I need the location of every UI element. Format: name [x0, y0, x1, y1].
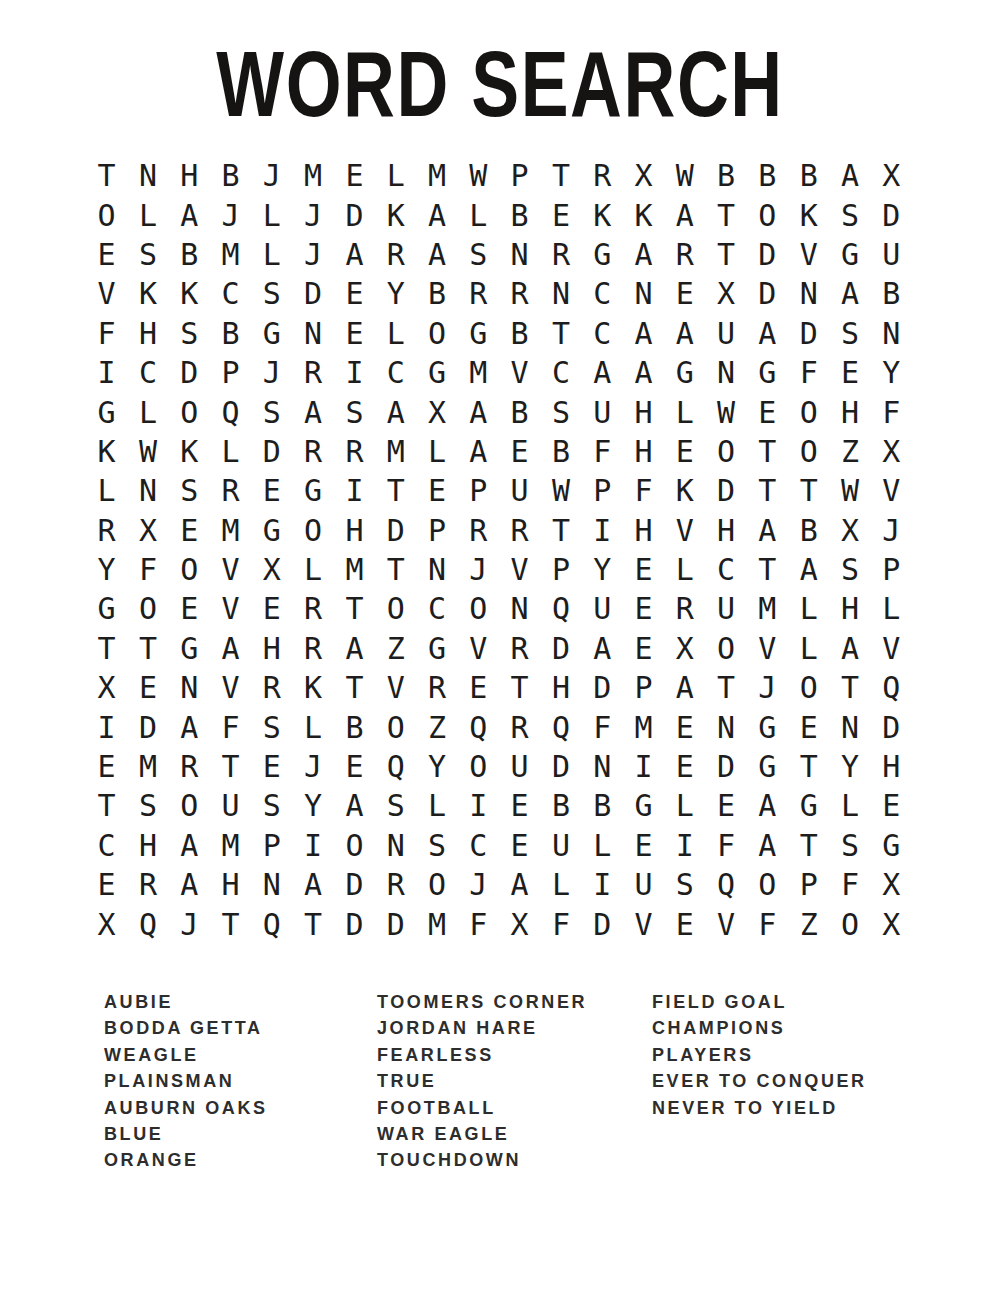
grid-cell[interactable]: X: [871, 904, 912, 943]
grid-cell[interactable]: G: [86, 589, 127, 628]
grid-cell[interactable]: P: [251, 826, 292, 865]
grid-cell[interactable]: N: [582, 747, 623, 786]
grid-cell[interactable]: T: [705, 668, 746, 707]
grid-cell[interactable]: D: [334, 904, 375, 943]
grid-cell[interactable]: N: [251, 865, 292, 904]
grid-cell[interactable]: V: [210, 550, 251, 589]
grid-cell[interactable]: C: [416, 589, 457, 628]
grid-cell[interactable]: Y: [86, 550, 127, 589]
grid-cell[interactable]: I: [334, 471, 375, 510]
grid-cell[interactable]: K: [127, 274, 168, 313]
grid-cell[interactable]: N: [829, 707, 870, 746]
grid-cell[interactable]: R: [292, 629, 333, 668]
grid-cell[interactable]: T: [86, 629, 127, 668]
grid-cell[interactable]: G: [582, 235, 623, 274]
grid-cell[interactable]: D: [375, 904, 416, 943]
grid-cell[interactable]: H: [210, 865, 251, 904]
grid-cell[interactable]: V: [871, 629, 912, 668]
grid-cell[interactable]: S: [416, 826, 457, 865]
grid-cell[interactable]: R: [664, 589, 705, 628]
grid-cell[interactable]: L: [664, 786, 705, 825]
grid-cell[interactable]: X: [127, 511, 168, 550]
grid-cell[interactable]: S: [540, 392, 581, 431]
grid-cell[interactable]: G: [747, 747, 788, 786]
grid-cell[interactable]: S: [829, 826, 870, 865]
grid-cell[interactable]: T: [788, 471, 829, 510]
grid-cell[interactable]: B: [540, 432, 581, 471]
grid-cell[interactable]: T: [540, 156, 581, 195]
grid-cell[interactable]: S: [169, 314, 210, 353]
grid-cell[interactable]: A: [458, 392, 499, 431]
grid-cell[interactable]: D: [375, 511, 416, 550]
grid-cell[interactable]: E: [127, 668, 168, 707]
grid-cell[interactable]: S: [829, 550, 870, 589]
grid-cell[interactable]: S: [829, 314, 870, 353]
grid-cell[interactable]: N: [416, 550, 457, 589]
grid-cell[interactable]: F: [86, 314, 127, 353]
grid-cell[interactable]: N: [499, 235, 540, 274]
grid-cell[interactable]: J: [251, 156, 292, 195]
grid-cell[interactable]: X: [871, 156, 912, 195]
grid-cell[interactable]: U: [210, 786, 251, 825]
grid-cell[interactable]: Z: [788, 904, 829, 943]
grid-cell[interactable]: X: [86, 904, 127, 943]
grid-cell[interactable]: X: [86, 668, 127, 707]
grid-cell[interactable]: M: [416, 904, 457, 943]
grid-cell[interactable]: A: [210, 629, 251, 668]
grid-cell[interactable]: E: [747, 392, 788, 431]
grid-cell[interactable]: F: [210, 707, 251, 746]
grid-cell[interactable]: F: [582, 432, 623, 471]
grid-cell[interactable]: T: [86, 786, 127, 825]
grid-cell[interactable]: N: [169, 668, 210, 707]
grid-cell[interactable]: H: [169, 156, 210, 195]
grid-cell[interactable]: E: [334, 156, 375, 195]
grid-cell[interactable]: L: [458, 195, 499, 234]
grid-cell[interactable]: G: [623, 786, 664, 825]
grid-cell[interactable]: E: [334, 747, 375, 786]
grid-cell[interactable]: X: [664, 629, 705, 668]
grid-cell[interactable]: E: [623, 629, 664, 668]
grid-cell[interactable]: R: [375, 865, 416, 904]
grid-cell[interactable]: C: [540, 353, 581, 392]
grid-cell[interactable]: R: [499, 274, 540, 313]
grid-cell[interactable]: A: [458, 432, 499, 471]
grid-cell[interactable]: E: [664, 432, 705, 471]
grid-cell[interactable]: E: [169, 589, 210, 628]
grid-cell[interactable]: A: [829, 274, 870, 313]
grid-cell[interactable]: U: [705, 314, 746, 353]
grid-cell[interactable]: L: [127, 195, 168, 234]
grid-cell[interactable]: T: [747, 471, 788, 510]
grid-cell[interactable]: D: [705, 747, 746, 786]
grid-cell[interactable]: J: [458, 865, 499, 904]
grid-cell[interactable]: V: [210, 589, 251, 628]
grid-cell[interactable]: G: [871, 826, 912, 865]
grid-cell[interactable]: E: [788, 707, 829, 746]
grid-cell[interactable]: X: [705, 274, 746, 313]
grid-cell[interactable]: O: [416, 314, 457, 353]
grid-cell[interactable]: Q: [540, 589, 581, 628]
grid-cell[interactable]: U: [582, 589, 623, 628]
grid-cell[interactable]: R: [499, 511, 540, 550]
grid-cell[interactable]: Z: [829, 432, 870, 471]
grid-cell[interactable]: A: [664, 314, 705, 353]
grid-cell[interactable]: P: [416, 511, 457, 550]
grid-cell[interactable]: D: [540, 747, 581, 786]
grid-cell[interactable]: R: [127, 865, 168, 904]
grid-cell[interactable]: O: [334, 826, 375, 865]
grid-cell[interactable]: R: [499, 707, 540, 746]
grid-cell[interactable]: N: [705, 707, 746, 746]
grid-cell[interactable]: X: [871, 865, 912, 904]
grid-cell[interactable]: A: [375, 392, 416, 431]
grid-cell[interactable]: G: [169, 629, 210, 668]
grid-cell[interactable]: W: [664, 156, 705, 195]
grid-cell[interactable]: F: [747, 904, 788, 943]
grid-cell[interactable]: Q: [705, 865, 746, 904]
grid-cell[interactable]: M: [210, 235, 251, 274]
grid-cell[interactable]: S: [458, 235, 499, 274]
grid-cell[interactable]: E: [623, 589, 664, 628]
grid-cell[interactable]: O: [86, 195, 127, 234]
grid-cell[interactable]: G: [788, 786, 829, 825]
grid-cell[interactable]: T: [540, 314, 581, 353]
grid-cell[interactable]: L: [127, 392, 168, 431]
grid-cell[interactable]: S: [334, 392, 375, 431]
grid-cell[interactable]: P: [540, 550, 581, 589]
grid-cell[interactable]: R: [375, 235, 416, 274]
grid-cell[interactable]: O: [788, 392, 829, 431]
grid-cell[interactable]: G: [416, 629, 457, 668]
grid-cell[interactable]: V: [458, 629, 499, 668]
grid-cell[interactable]: L: [86, 471, 127, 510]
grid-cell[interactable]: O: [747, 195, 788, 234]
grid-cell[interactable]: L: [292, 707, 333, 746]
grid-cell[interactable]: Z: [416, 707, 457, 746]
grid-cell[interactable]: J: [871, 511, 912, 550]
grid-cell[interactable]: E: [623, 550, 664, 589]
grid-cell[interactable]: O: [829, 904, 870, 943]
grid-cell[interactable]: I: [664, 826, 705, 865]
grid-cell[interactable]: A: [582, 353, 623, 392]
grid-cell[interactable]: B: [499, 195, 540, 234]
grid-cell[interactable]: A: [623, 314, 664, 353]
grid-cell[interactable]: B: [334, 707, 375, 746]
grid-cell[interactable]: M: [747, 589, 788, 628]
grid-cell[interactable]: U: [623, 865, 664, 904]
grid-cell[interactable]: A: [829, 629, 870, 668]
grid-cell[interactable]: Q: [540, 707, 581, 746]
grid-cell[interactable]: E: [416, 471, 457, 510]
grid-cell[interactable]: Q: [375, 747, 416, 786]
grid-cell[interactable]: J: [458, 550, 499, 589]
grid-cell[interactable]: D: [871, 195, 912, 234]
grid-cell[interactable]: O: [169, 392, 210, 431]
grid-cell[interactable]: H: [251, 629, 292, 668]
grid-cell[interactable]: O: [375, 589, 416, 628]
grid-cell[interactable]: E: [86, 865, 127, 904]
grid-cell[interactable]: O: [458, 747, 499, 786]
grid-cell[interactable]: T: [292, 904, 333, 943]
grid-cell[interactable]: U: [499, 747, 540, 786]
grid-cell[interactable]: Q: [251, 904, 292, 943]
grid-cell[interactable]: N: [292, 314, 333, 353]
grid-cell[interactable]: M: [127, 747, 168, 786]
grid-cell[interactable]: L: [871, 589, 912, 628]
grid-cell[interactable]: T: [375, 550, 416, 589]
grid-cell[interactable]: D: [169, 353, 210, 392]
grid-cell[interactable]: S: [251, 786, 292, 825]
grid-cell[interactable]: F: [458, 904, 499, 943]
grid-cell[interactable]: L: [416, 432, 457, 471]
grid-cell[interactable]: P: [871, 550, 912, 589]
grid-cell[interactable]: P: [623, 668, 664, 707]
grid-cell[interactable]: T: [747, 550, 788, 589]
grid-cell[interactable]: A: [169, 865, 210, 904]
grid-cell[interactable]: K: [292, 668, 333, 707]
grid-cell[interactable]: N: [127, 471, 168, 510]
grid-cell[interactable]: R: [416, 668, 457, 707]
grid-cell[interactable]: L: [375, 156, 416, 195]
grid-cell[interactable]: H: [871, 747, 912, 786]
grid-cell[interactable]: O: [127, 589, 168, 628]
grid-cell[interactable]: E: [871, 786, 912, 825]
grid-cell[interactable]: L: [251, 195, 292, 234]
grid-cell[interactable]: X: [251, 550, 292, 589]
grid-cell[interactable]: E: [499, 432, 540, 471]
grid-cell[interactable]: F: [788, 353, 829, 392]
grid-cell[interactable]: A: [829, 156, 870, 195]
grid-cell[interactable]: G: [458, 314, 499, 353]
grid-cell[interactable]: A: [747, 314, 788, 353]
grid-cell[interactable]: F: [623, 471, 664, 510]
grid-cell[interactable]: O: [292, 511, 333, 550]
grid-cell[interactable]: D: [871, 707, 912, 746]
grid-cell[interactable]: B: [540, 786, 581, 825]
grid-cell[interactable]: M: [623, 707, 664, 746]
grid-cell[interactable]: A: [292, 392, 333, 431]
grid-cell[interactable]: M: [210, 826, 251, 865]
grid-cell[interactable]: S: [251, 392, 292, 431]
grid-cell[interactable]: K: [375, 195, 416, 234]
grid-cell[interactable]: F: [705, 826, 746, 865]
grid-cell[interactable]: P: [788, 865, 829, 904]
grid-cell[interactable]: N: [499, 589, 540, 628]
grid-cell[interactable]: I: [86, 353, 127, 392]
grid-cell[interactable]: K: [169, 274, 210, 313]
grid-cell[interactable]: R: [169, 747, 210, 786]
grid-cell[interactable]: A: [416, 235, 457, 274]
grid-cell[interactable]: C: [582, 274, 623, 313]
grid-cell[interactable]: A: [582, 629, 623, 668]
grid-cell[interactable]: S: [127, 235, 168, 274]
grid-cell[interactable]: G: [664, 353, 705, 392]
grid-cell[interactable]: Y: [375, 274, 416, 313]
grid-cell[interactable]: P: [582, 471, 623, 510]
grid-cell[interactable]: E: [458, 668, 499, 707]
grid-cell[interactable]: W: [829, 471, 870, 510]
grid-cell[interactable]: C: [210, 274, 251, 313]
grid-cell[interactable]: K: [582, 195, 623, 234]
grid-cell[interactable]: L: [788, 629, 829, 668]
grid-cell[interactable]: X: [499, 904, 540, 943]
grid-cell[interactable]: A: [623, 235, 664, 274]
grid-cell[interactable]: W: [127, 432, 168, 471]
grid-cell[interactable]: K: [623, 195, 664, 234]
grid-cell[interactable]: R: [540, 235, 581, 274]
grid-cell[interactable]: L: [251, 235, 292, 274]
grid-cell[interactable]: I: [458, 786, 499, 825]
grid-cell[interactable]: D: [127, 707, 168, 746]
grid-cell[interactable]: O: [375, 707, 416, 746]
grid-cell[interactable]: Q: [210, 392, 251, 431]
grid-cell[interactable]: E: [86, 235, 127, 274]
grid-cell[interactable]: H: [127, 826, 168, 865]
grid-cell[interactable]: Y: [871, 353, 912, 392]
grid-cell[interactable]: I: [86, 707, 127, 746]
grid-cell[interactable]: L: [416, 786, 457, 825]
grid-cell[interactable]: D: [251, 432, 292, 471]
grid-cell[interactable]: B: [788, 156, 829, 195]
grid-cell[interactable]: O: [705, 629, 746, 668]
grid-cell[interactable]: T: [499, 668, 540, 707]
grid-cell[interactable]: B: [788, 511, 829, 550]
grid-cell[interactable]: W: [540, 471, 581, 510]
grid-cell[interactable]: R: [86, 511, 127, 550]
grid-cell[interactable]: U: [499, 471, 540, 510]
grid-cell[interactable]: A: [499, 865, 540, 904]
grid-cell[interactable]: S: [127, 786, 168, 825]
grid-cell[interactable]: B: [705, 156, 746, 195]
grid-cell[interactable]: T: [540, 511, 581, 550]
grid-cell[interactable]: V: [210, 668, 251, 707]
grid-cell[interactable]: V: [747, 629, 788, 668]
grid-cell[interactable]: T: [788, 826, 829, 865]
grid-cell[interactable]: K: [86, 432, 127, 471]
grid-cell[interactable]: A: [664, 195, 705, 234]
grid-cell[interactable]: K: [664, 471, 705, 510]
grid-cell[interactable]: A: [169, 195, 210, 234]
grid-cell[interactable]: D: [747, 235, 788, 274]
grid-cell[interactable]: V: [499, 353, 540, 392]
grid-cell[interactable]: W: [458, 156, 499, 195]
grid-cell[interactable]: U: [540, 826, 581, 865]
grid-cell[interactable]: R: [664, 235, 705, 274]
grid-cell[interactable]: C: [582, 314, 623, 353]
grid-cell[interactable]: B: [210, 314, 251, 353]
grid-cell[interactable]: O: [788, 432, 829, 471]
grid-cell[interactable]: X: [416, 392, 457, 431]
grid-cell[interactable]: F: [127, 550, 168, 589]
grid-cell[interactable]: J: [251, 353, 292, 392]
grid-cell[interactable]: G: [251, 511, 292, 550]
grid-cell[interactable]: H: [540, 668, 581, 707]
grid-cell[interactable]: E: [829, 353, 870, 392]
grid-cell[interactable]: T: [86, 156, 127, 195]
grid-cell[interactable]: E: [540, 195, 581, 234]
grid-cell[interactable]: R: [458, 511, 499, 550]
grid-cell[interactable]: V: [788, 235, 829, 274]
grid-cell[interactable]: F: [540, 904, 581, 943]
grid-cell[interactable]: M: [210, 511, 251, 550]
grid-cell[interactable]: H: [829, 589, 870, 628]
grid-cell[interactable]: G: [747, 353, 788, 392]
grid-cell[interactable]: L: [375, 314, 416, 353]
grid-cell[interactable]: K: [788, 195, 829, 234]
grid-cell[interactable]: B: [210, 156, 251, 195]
grid-cell[interactable]: U: [871, 235, 912, 274]
grid-cell[interactable]: D: [582, 904, 623, 943]
grid-cell[interactable]: R: [210, 471, 251, 510]
grid-cell[interactable]: E: [251, 589, 292, 628]
grid-cell[interactable]: D: [747, 274, 788, 313]
grid-cell[interactable]: J: [292, 195, 333, 234]
grid-cell[interactable]: A: [334, 629, 375, 668]
grid-cell[interactable]: N: [871, 314, 912, 353]
grid-cell[interactable]: Z: [375, 629, 416, 668]
grid-cell[interactable]: F: [829, 865, 870, 904]
grid-cell[interactable]: H: [623, 432, 664, 471]
grid-cell[interactable]: C: [375, 353, 416, 392]
grid-cell[interactable]: D: [292, 274, 333, 313]
grid-cell[interactable]: Y: [292, 786, 333, 825]
grid-cell[interactable]: E: [251, 747, 292, 786]
grid-cell[interactable]: N: [623, 274, 664, 313]
grid-cell[interactable]: V: [375, 668, 416, 707]
grid-cell[interactable]: J: [169, 904, 210, 943]
grid-cell[interactable]: M: [416, 156, 457, 195]
grid-cell[interactable]: S: [829, 195, 870, 234]
grid-cell[interactable]: E: [334, 274, 375, 313]
grid-cell[interactable]: N: [788, 274, 829, 313]
grid-cell[interactable]: P: [210, 353, 251, 392]
grid-cell[interactable]: S: [375, 786, 416, 825]
grid-cell[interactable]: N: [705, 353, 746, 392]
grid-cell[interactable]: X: [871, 432, 912, 471]
grid-cell[interactable]: V: [623, 904, 664, 943]
grid-cell[interactable]: C: [458, 826, 499, 865]
grid-cell[interactable]: R: [292, 589, 333, 628]
grid-cell[interactable]: H: [623, 511, 664, 550]
grid-cell[interactable]: E: [334, 314, 375, 353]
grid-cell[interactable]: D: [705, 471, 746, 510]
grid-cell[interactable]: D: [582, 668, 623, 707]
grid-cell[interactable]: Y: [416, 747, 457, 786]
grid-cell[interactable]: H: [829, 392, 870, 431]
grid-cell[interactable]: O: [458, 589, 499, 628]
grid-cell[interactable]: W: [705, 392, 746, 431]
grid-cell[interactable]: G: [251, 314, 292, 353]
grid-cell[interactable]: C: [86, 826, 127, 865]
grid-cell[interactable]: E: [251, 471, 292, 510]
grid-cell[interactable]: O: [788, 668, 829, 707]
grid-cell[interactable]: D: [334, 195, 375, 234]
grid-cell[interactable]: G: [829, 235, 870, 274]
grid-cell[interactable]: S: [251, 707, 292, 746]
grid-cell[interactable]: U: [705, 589, 746, 628]
grid-cell[interactable]: V: [664, 511, 705, 550]
grid-cell[interactable]: E: [623, 826, 664, 865]
grid-cell[interactable]: H: [127, 314, 168, 353]
grid-cell[interactable]: F: [582, 707, 623, 746]
grid-cell[interactable]: T: [375, 471, 416, 510]
grid-cell[interactable]: B: [169, 235, 210, 274]
grid-cell[interactable]: S: [169, 471, 210, 510]
grid-cell[interactable]: E: [499, 826, 540, 865]
grid-cell[interactable]: O: [169, 550, 210, 589]
grid-cell[interactable]: R: [251, 668, 292, 707]
